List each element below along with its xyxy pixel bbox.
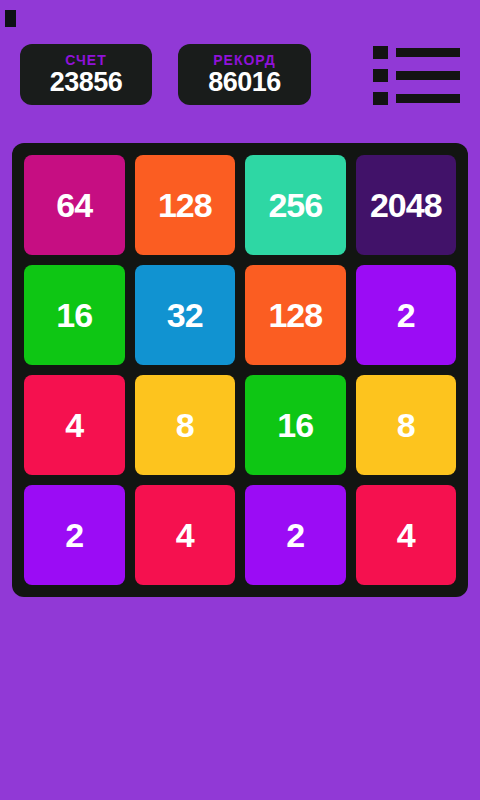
tile-128: 128 xyxy=(135,155,236,255)
list-menu-icon xyxy=(373,69,460,82)
game-board[interactable]: 64128256204816321282481682424 xyxy=(12,143,468,597)
tile-32: 32 xyxy=(135,265,236,365)
score-panel: СЧЕТ 23856 xyxy=(20,44,152,105)
list-menu-icon xyxy=(373,92,460,105)
app-background: СЧЕТ 23856 РЕКОРД 86016 6412825620481632… xyxy=(0,0,480,800)
score-value: 23856 xyxy=(50,68,123,98)
tile-16: 16 xyxy=(24,265,125,365)
menu-icon-square xyxy=(373,46,388,59)
tile-128: 128 xyxy=(245,265,346,365)
menu-icon-square xyxy=(373,92,388,105)
best-score-label: РЕКОРД xyxy=(213,52,276,68)
tile-8: 8 xyxy=(356,375,457,475)
tile-2: 2 xyxy=(245,485,346,585)
list-menu-icon xyxy=(373,46,460,59)
menu-icon-bar xyxy=(396,94,460,103)
tile-2: 2 xyxy=(356,265,457,365)
best-score-panel: РЕКОРД 86016 xyxy=(178,44,311,105)
tile-8: 8 xyxy=(135,375,236,475)
tile-4: 4 xyxy=(135,485,236,585)
tile-2048: 2048 xyxy=(356,155,457,255)
menu-icon-bar xyxy=(396,48,460,57)
menu-icon-square xyxy=(373,69,388,82)
status-bar-artifact xyxy=(5,10,16,27)
menu-icon-bar xyxy=(396,71,460,80)
tile-4: 4 xyxy=(356,485,457,585)
tile-16: 16 xyxy=(245,375,346,475)
score-label: СЧЕТ xyxy=(65,52,107,68)
tile-256: 256 xyxy=(245,155,346,255)
tile-4: 4 xyxy=(24,375,125,475)
best-score-value: 86016 xyxy=(208,68,281,98)
tile-2: 2 xyxy=(24,485,125,585)
menu-button[interactable] xyxy=(373,46,460,105)
tile-64: 64 xyxy=(24,155,125,255)
